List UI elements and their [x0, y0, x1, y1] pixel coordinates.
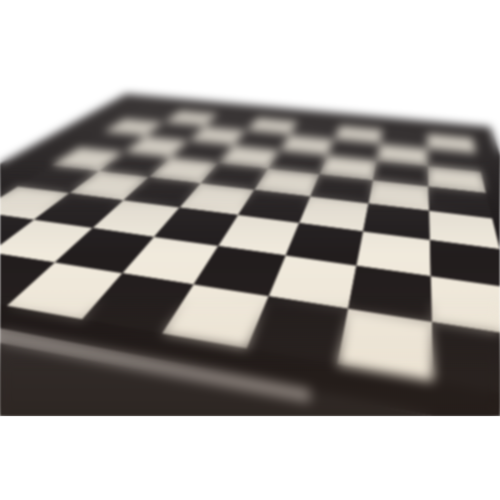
photo-layer-near-blur [0, 0, 500, 416]
screenshot-canvas [0, 0, 500, 500]
board-scene-svg [0, 0, 500, 416]
warm-tint [0, 0, 500, 416]
board-photo [0, 0, 500, 417]
